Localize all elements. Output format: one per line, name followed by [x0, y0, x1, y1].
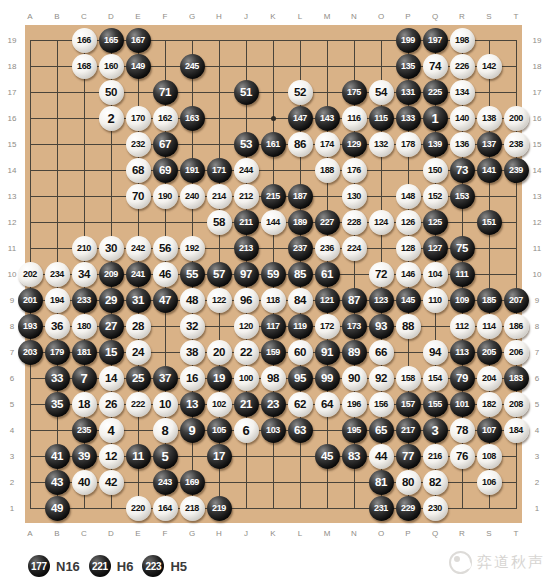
- stone-m10: 61: [315, 262, 340, 287]
- stone-s12: 151: [477, 210, 502, 235]
- stone-c8: 180: [72, 314, 97, 339]
- coord-label: P: [395, 527, 422, 539]
- stone-t7: 206: [504, 340, 529, 365]
- stone-d17: 50: [99, 80, 124, 105]
- stone-o5: 156: [369, 392, 394, 417]
- stone-e8: 28: [126, 314, 151, 339]
- stone-r14: 73: [450, 158, 475, 183]
- stone-b5: 35: [45, 392, 70, 417]
- stone-l10: 85: [288, 262, 313, 287]
- stone-s3: 108: [477, 444, 502, 469]
- stone-o15: 132: [369, 132, 394, 157]
- stone-m7: 91: [315, 340, 340, 365]
- stone-h14: 171: [207, 158, 232, 183]
- stone-e9: 31: [126, 288, 151, 313]
- stone-p15: 178: [396, 132, 421, 157]
- stone-b9: 194: [45, 288, 70, 313]
- coord-label: T: [503, 10, 530, 22]
- stone-p3: 77: [396, 444, 421, 469]
- stone-q5: 155: [423, 392, 448, 417]
- stone-p9: 145: [396, 288, 421, 313]
- stone-o7: 66: [369, 340, 394, 365]
- stone-q6: 154: [423, 366, 448, 391]
- stone-c5: 18: [72, 392, 97, 417]
- stone-e1: 220: [126, 496, 151, 521]
- stone-b6: 33: [45, 366, 70, 391]
- coord-label: E: [125, 10, 152, 22]
- stone-k8: 117: [261, 314, 286, 339]
- stone-t9: 207: [504, 288, 529, 313]
- move-notes-footer: 177 N16 221 H6 223 H5: [28, 555, 187, 577]
- stone-h1: 219: [207, 496, 232, 521]
- coord-label: 6: [528, 365, 546, 391]
- stone-c7: 181: [72, 340, 97, 365]
- stone-g18: 245: [180, 54, 205, 79]
- stone-n13: 130: [342, 184, 367, 209]
- coord-label: R: [449, 527, 476, 539]
- stone-l17: 52: [288, 80, 313, 105]
- stone-n12: 228: [342, 210, 367, 235]
- coord-label: 15: [528, 131, 546, 157]
- stone-f14: 69: [153, 158, 178, 183]
- stone-r19: 198: [450, 28, 475, 53]
- stone-l13: 187: [288, 184, 313, 209]
- stone-o4: 65: [369, 418, 394, 443]
- stone-q4: 3: [423, 418, 448, 443]
- stone-g14: 191: [180, 158, 205, 183]
- coord-label: A: [17, 527, 44, 539]
- stone-s14: 141: [477, 158, 502, 183]
- stone-g2: 169: [180, 470, 205, 495]
- stone-f2: 243: [153, 470, 178, 495]
- stone-r4: 78: [450, 418, 475, 443]
- coord-label: F: [152, 10, 179, 22]
- stone-t6: 183: [504, 366, 529, 391]
- stone-g10: 55: [180, 262, 205, 287]
- stone-g9: 48: [180, 288, 205, 313]
- stone-j9: 96: [234, 288, 259, 313]
- stone-o8: 93: [369, 314, 394, 339]
- coord-label: K: [260, 10, 287, 22]
- stone-s15: 137: [477, 132, 502, 157]
- stone-q16: 1: [423, 106, 448, 131]
- row-labels-right: 19181716151413121110987654321: [528, 27, 546, 521]
- coord-label: S: [476, 527, 503, 539]
- stone-n8: 173: [342, 314, 367, 339]
- stone-f3: 5: [153, 444, 178, 469]
- stone-n11: 224: [342, 236, 367, 261]
- coord-label: H: [206, 527, 233, 539]
- stone-d5: 26: [99, 392, 124, 417]
- coord-label: 7: [528, 339, 546, 365]
- stone-p11: 128: [396, 236, 421, 261]
- stone-e15: 232: [126, 132, 151, 157]
- stone-h10: 57: [207, 262, 232, 287]
- stone-e13: 70: [126, 184, 151, 209]
- stone-e10: 241: [126, 262, 151, 287]
- stone-n4: 195: [342, 418, 367, 443]
- coord-label: 12: [528, 209, 546, 235]
- stone-t16: 200: [504, 106, 529, 131]
- stone-n16: 116: [342, 106, 367, 131]
- stone-b1: 49: [45, 496, 70, 521]
- stone-l15: 86: [288, 132, 313, 157]
- stone-t8: 186: [504, 314, 529, 339]
- move-note-coord: H6: [117, 559, 134, 574]
- stone-d18: 160: [99, 54, 124, 79]
- stone-q19: 197: [423, 28, 448, 53]
- coord-label: 5: [528, 391, 546, 417]
- stone-c9: 233: [72, 288, 97, 313]
- stone-s2: 106: [477, 470, 502, 495]
- stone-p4: 217: [396, 418, 421, 443]
- stone-h13: 214: [207, 184, 232, 209]
- stone-n3: 83: [342, 444, 367, 469]
- coord-label: G: [179, 527, 206, 539]
- stone-g7: 38: [180, 340, 205, 365]
- stone-o3: 44: [369, 444, 394, 469]
- coord-label: 16: [528, 105, 546, 131]
- stone-q12: 125: [423, 210, 448, 235]
- coord-label: 10: [528, 261, 546, 287]
- stone-f1: 164: [153, 496, 178, 521]
- stone-c19: 166: [72, 28, 97, 53]
- stone-d3: 12: [99, 444, 124, 469]
- stone-n14: 176: [342, 158, 367, 183]
- stone-r13: 153: [450, 184, 475, 209]
- coord-label: D: [98, 10, 125, 22]
- stone-k12: 144: [261, 210, 286, 235]
- coord-label: 9: [528, 287, 546, 313]
- stone-l7: 60: [288, 340, 313, 365]
- stone-d6: 14: [99, 366, 124, 391]
- stone-q9: 110: [423, 288, 448, 313]
- stone-q2: 82: [423, 470, 448, 495]
- stone-d10: 209: [99, 262, 124, 287]
- stone-o16: 115: [369, 106, 394, 131]
- column-labels-bottom: ABCDEFGHJKLMNOPQRST: [17, 527, 530, 539]
- stone-f15: 67: [153, 132, 178, 157]
- stone-q18: 74: [423, 54, 448, 79]
- coord-label: M: [314, 10, 341, 22]
- stone-g13: 240: [180, 184, 205, 209]
- coord-label: S: [476, 10, 503, 22]
- coord-label: R: [449, 10, 476, 22]
- stone-d19: 165: [99, 28, 124, 53]
- stone-d2: 42: [99, 470, 124, 495]
- stone-s9: 185: [477, 288, 502, 313]
- stone-m15: 174: [315, 132, 340, 157]
- stone-j13: 212: [234, 184, 259, 209]
- coord-label: 19: [528, 27, 546, 53]
- stone-m3: 45: [315, 444, 340, 469]
- stone-h7: 20: [207, 340, 232, 365]
- coord-label: 8: [528, 313, 546, 339]
- stone-e16: 170: [126, 106, 151, 131]
- coord-label: D: [98, 527, 125, 539]
- stone-o6: 92: [369, 366, 394, 391]
- coord-label: C: [71, 10, 98, 22]
- stone-l5: 62: [288, 392, 313, 417]
- stone-h3: 17: [207, 444, 232, 469]
- stone-e14: 68: [126, 158, 151, 183]
- stone-p1: 229: [396, 496, 421, 521]
- stone-l9: 84: [288, 288, 313, 313]
- move-note: 177 N16: [28, 555, 80, 577]
- stone-q13: 152: [423, 184, 448, 209]
- stone-h5: 102: [207, 392, 232, 417]
- stone-d11: 30: [99, 236, 124, 261]
- stone-a7: 203: [18, 340, 43, 365]
- stone-a10: 202: [18, 262, 43, 287]
- coord-label: P: [395, 10, 422, 22]
- coord-label: M: [314, 527, 341, 539]
- stone-r3: 76: [450, 444, 475, 469]
- move-note-coord: H5: [170, 559, 187, 574]
- stone-l12: 189: [288, 210, 313, 235]
- stone-f11: 56: [153, 236, 178, 261]
- stone-g11: 192: [180, 236, 205, 261]
- stone-j14: 244: [234, 158, 259, 183]
- stone-j11: 213: [234, 236, 259, 261]
- stone-f5: 10: [153, 392, 178, 417]
- stone-p6: 158: [396, 366, 421, 391]
- coord-label: 11: [528, 235, 546, 261]
- stone-f16: 162: [153, 106, 178, 131]
- stone-j15: 53: [234, 132, 259, 157]
- stone-n9: 87: [342, 288, 367, 313]
- stone-l6: 95: [288, 366, 313, 391]
- stone-c2: 40: [72, 470, 97, 495]
- stone-t14: 239: [504, 158, 529, 183]
- stone-r17: 134: [450, 80, 475, 105]
- stone-a8: 193: [18, 314, 43, 339]
- stone-r16: 140: [450, 106, 475, 131]
- coord-label: 18: [528, 53, 546, 79]
- stone-t5: 208: [504, 392, 529, 417]
- stone-s18: 142: [477, 54, 502, 79]
- stone-e19: 167: [126, 28, 151, 53]
- stone-r8: 112: [450, 314, 475, 339]
- stone-j17: 51: [234, 80, 259, 105]
- coord-label: A: [17, 10, 44, 22]
- stone-d9: 29: [99, 288, 124, 313]
- stone-g4: 9: [180, 418, 205, 443]
- stone-r6: 79: [450, 366, 475, 391]
- stone-q10: 104: [423, 262, 448, 287]
- coord-label: 14: [528, 157, 546, 183]
- stone-k5: 23: [261, 392, 286, 417]
- stone-o2: 81: [369, 470, 394, 495]
- coord-label: 4: [528, 417, 546, 443]
- stone-r9: 109: [450, 288, 475, 313]
- stone-s4: 107: [477, 418, 502, 443]
- stone-f17: 71: [153, 80, 178, 105]
- coord-label: B: [44, 10, 71, 22]
- move-note-coord: N16: [56, 559, 80, 574]
- coord-label: T: [503, 527, 530, 539]
- coord-label: L: [287, 527, 314, 539]
- coord-label: G: [179, 10, 206, 22]
- stone-m14: 188: [315, 158, 340, 183]
- stone-b10: 234: [45, 262, 70, 287]
- board-grid: 1661651671991971981681601492451357422614…: [17, 27, 530, 521]
- stone-j7: 22: [234, 340, 259, 365]
- stone-j6: 100: [234, 366, 259, 391]
- stone-n17: 175: [342, 80, 367, 105]
- stone-c4: 235: [72, 418, 97, 443]
- stone-m6: 99: [315, 366, 340, 391]
- stone-d7: 15: [99, 340, 124, 365]
- stone-m16: 143: [315, 106, 340, 131]
- stone-d8: 27: [99, 314, 124, 339]
- stone-q11: 127: [423, 236, 448, 261]
- stone-r7: 113: [450, 340, 475, 365]
- stone-h6: 19: [207, 366, 232, 391]
- stone-o9: 123: [369, 288, 394, 313]
- stone-r11: 75: [450, 236, 475, 261]
- stone-p18: 135: [396, 54, 421, 79]
- stone-e3: 11: [126, 444, 151, 469]
- stone-f6: 37: [153, 366, 178, 391]
- stone-f9: 47: [153, 288, 178, 313]
- stone-g6: 16: [180, 366, 205, 391]
- move-note: 223 H5: [142, 555, 187, 577]
- coord-label: O: [368, 10, 395, 22]
- stone-g5: 13: [180, 392, 205, 417]
- stone-r5: 101: [450, 392, 475, 417]
- stone-p5: 157: [396, 392, 421, 417]
- stone-f10: 46: [153, 262, 178, 287]
- coord-label: O: [368, 527, 395, 539]
- coord-label: B: [44, 527, 71, 539]
- go-stones-logo-icon: [449, 551, 472, 574]
- coord-label: N: [341, 527, 368, 539]
- stone-p10: 146: [396, 262, 421, 287]
- stone-j8: 120: [234, 314, 259, 339]
- stone-n5: 196: [342, 392, 367, 417]
- stone-k6: 98: [261, 366, 286, 391]
- stone-b2: 43: [45, 470, 70, 495]
- coord-label: 2: [528, 469, 546, 495]
- stone-e18: 149: [126, 54, 151, 79]
- coord-label: 3: [528, 443, 546, 469]
- coord-label: E: [125, 527, 152, 539]
- stone-t15: 238: [504, 132, 529, 157]
- stone-l11: 237: [288, 236, 313, 261]
- stone-h4: 105: [207, 418, 232, 443]
- stone-o12: 124: [369, 210, 394, 235]
- stone-c3: 39: [72, 444, 97, 469]
- stone-d16: 2: [99, 106, 124, 131]
- stone-e6: 25: [126, 366, 151, 391]
- stone-f13: 190: [153, 184, 178, 209]
- stone-g1: 218: [180, 496, 205, 521]
- stone-s7: 205: [477, 340, 502, 365]
- stone-r10: 111: [450, 262, 475, 287]
- stone-t4: 184: [504, 418, 529, 443]
- stone-h9: 122: [207, 288, 232, 313]
- black-stone-icon: 221: [89, 555, 111, 577]
- coord-label: J: [233, 10, 260, 22]
- stone-k10: 59: [261, 262, 286, 287]
- column-labels-top: ABCDEFGHJKLMNOPQRST: [17, 10, 530, 22]
- stone-n7: 89: [342, 340, 367, 365]
- coord-label: N: [341, 10, 368, 22]
- stone-e5: 222: [126, 392, 151, 417]
- stone-k9: 118: [261, 288, 286, 313]
- stone-j5: 21: [234, 392, 259, 417]
- stone-c11: 210: [72, 236, 97, 261]
- coord-label: K: [260, 527, 287, 539]
- stone-l4: 63: [288, 418, 313, 443]
- stone-d4: 4: [99, 418, 124, 443]
- stone-h12: 58: [207, 210, 232, 235]
- move-note: 221 H6: [89, 555, 134, 577]
- stone-q1: 230: [423, 496, 448, 521]
- stone-j10: 97: [234, 262, 259, 287]
- stone-o10: 72: [369, 262, 394, 287]
- stone-o17: 54: [369, 80, 394, 105]
- stone-o1: 231: [369, 496, 394, 521]
- publisher-logo: 弈道秋声: [449, 551, 545, 574]
- stone-a9: 201: [18, 288, 43, 313]
- stone-s16: 138: [477, 106, 502, 131]
- stone-e11: 242: [126, 236, 151, 261]
- coord-label: H: [206, 10, 233, 22]
- stone-r15: 136: [450, 132, 475, 157]
- stone-g16: 163: [180, 106, 205, 131]
- stone-p16: 133: [396, 106, 421, 131]
- stone-k4: 103: [261, 418, 286, 443]
- stone-f4: 8: [153, 418, 178, 443]
- stone-s5: 182: [477, 392, 502, 417]
- stone-m11: 236: [315, 236, 340, 261]
- stone-p8: 88: [396, 314, 421, 339]
- stone-q7: 94: [423, 340, 448, 365]
- stone-p12: 126: [396, 210, 421, 235]
- go-kifu-page: ABCDEFGHJKLMNOPQRST 19181716151413121110…: [0, 0, 550, 588]
- publisher-logo-text: 弈道秋声: [477, 553, 545, 572]
- stone-m5: 64: [315, 392, 340, 417]
- coord-label: L: [287, 10, 314, 22]
- stone-e7: 24: [126, 340, 151, 365]
- stone-r18: 226: [450, 54, 475, 79]
- black-stone-icon: 177: [28, 555, 50, 577]
- stone-b3: 41: [45, 444, 70, 469]
- stone-k7: 159: [261, 340, 286, 365]
- stone-p17: 131: [396, 80, 421, 105]
- stone-c18: 168: [72, 54, 97, 79]
- stone-n6: 90: [342, 366, 367, 391]
- coord-label: Q: [422, 527, 449, 539]
- stone-s6: 204: [477, 366, 502, 391]
- stone-c10: 34: [72, 262, 97, 287]
- coord-label: 1: [528, 495, 546, 521]
- stone-q17: 225: [423, 80, 448, 105]
- stone-j4: 6: [234, 418, 259, 443]
- stone-m12: 227: [315, 210, 340, 235]
- stone-j12: 211: [234, 210, 259, 235]
- stone-q15: 139: [423, 132, 448, 157]
- stone-s8: 114: [477, 314, 502, 339]
- coord-label: J: [233, 527, 260, 539]
- stone-p13: 148: [396, 184, 421, 209]
- stone-g8: 32: [180, 314, 205, 339]
- stone-q3: 216: [423, 444, 448, 469]
- stone-k13: 215: [261, 184, 286, 209]
- stone-l16: 147: [288, 106, 313, 131]
